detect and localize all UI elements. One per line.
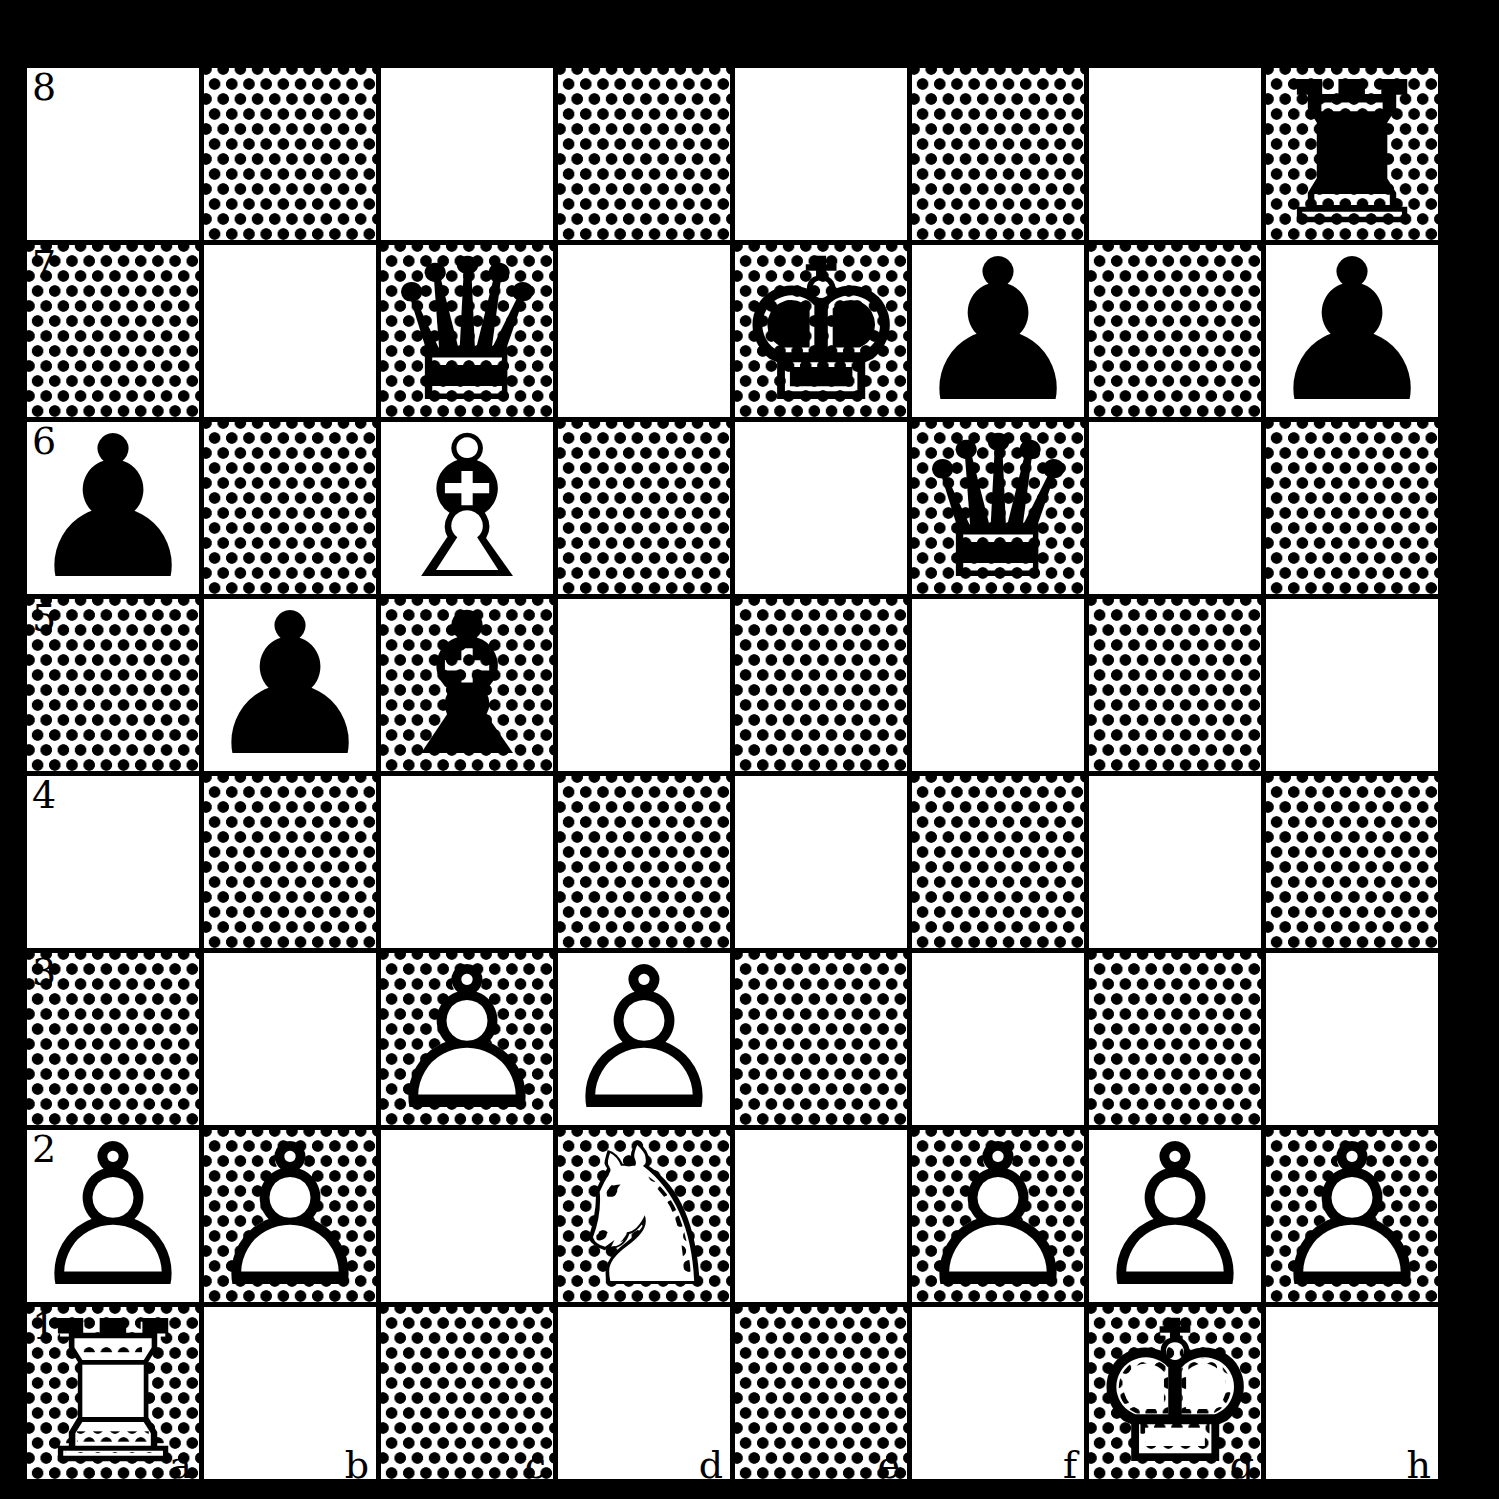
- file-label-d: d: [699, 1446, 723, 1484]
- square-h6[interactable]: [1266, 422, 1438, 594]
- square-c8[interactable]: [381, 68, 553, 240]
- black-pawn-piece: ♟: [912, 245, 1084, 417]
- piece-outline-glyph: ♙: [381, 953, 553, 1125]
- square-c5[interactable]: ♝: [381, 599, 553, 771]
- square-a2[interactable]: 2♟♙: [27, 1130, 199, 1302]
- square-d5[interactable]: [558, 599, 730, 771]
- white-pawn-piece: ♟♙: [912, 1130, 1084, 1302]
- square-c1[interactable]: c: [381, 1307, 553, 1479]
- piece-glyph: ♚: [735, 245, 907, 417]
- square-d8[interactable]: [558, 68, 730, 240]
- square-e4[interactable]: [735, 776, 907, 948]
- white-knight-piece: ♞♘: [558, 1130, 730, 1302]
- piece-outline-glyph: ♘: [558, 1130, 730, 1302]
- square-d3[interactable]: ♟♙: [558, 953, 730, 1125]
- square-d2[interactable]: ♞♘: [558, 1130, 730, 1302]
- square-a3[interactable]: 3: [27, 953, 199, 1125]
- piece-glyph: ♟: [912, 245, 1084, 417]
- square-h3[interactable]: [1266, 953, 1438, 1125]
- rank-label-5: 5: [32, 599, 56, 637]
- square-e2[interactable]: [735, 1130, 907, 1302]
- square-g5[interactable]: [1089, 599, 1261, 771]
- piece-outline-glyph: ♙: [1089, 1130, 1261, 1302]
- file-label-h: h: [1407, 1446, 1431, 1484]
- rank-label-3: 3: [32, 953, 56, 991]
- piece-outline-glyph: ♙: [912, 1130, 1084, 1302]
- square-h5[interactable]: [1266, 599, 1438, 771]
- square-g7[interactable]: [1089, 245, 1261, 417]
- black-bishop-piece: ♝: [381, 599, 553, 771]
- square-g3[interactable]: [1089, 953, 1261, 1125]
- square-f4[interactable]: [912, 776, 1084, 948]
- square-e6[interactable]: [735, 422, 907, 594]
- square-d4[interactable]: [558, 776, 730, 948]
- square-h8[interactable]: ♜: [1266, 68, 1438, 240]
- rank-label-2: 2: [32, 1130, 56, 1168]
- square-g1[interactable]: g♚♔: [1089, 1307, 1261, 1479]
- piece-glyph: ♟: [1266, 245, 1438, 417]
- square-c2[interactable]: [381, 1130, 553, 1302]
- black-queen-piece: ♛: [912, 422, 1084, 594]
- square-a8[interactable]: 8: [27, 68, 199, 240]
- piece-glyph: ♜: [1266, 68, 1438, 240]
- file-label-e: e: [878, 1446, 901, 1484]
- square-e1[interactable]: e: [735, 1307, 907, 1479]
- square-f8[interactable]: [912, 68, 1084, 240]
- square-f5[interactable]: [912, 599, 1084, 771]
- rank-label-4: 4: [32, 776, 56, 814]
- piece-glyph: ♛: [912, 422, 1084, 594]
- page-background: { "game": "chess", "position": { "fen": …: [0, 0, 1499, 1499]
- square-g2[interactable]: ♟♙: [1089, 1130, 1261, 1302]
- square-b8[interactable]: [204, 68, 376, 240]
- square-a6[interactable]: 6♟: [27, 422, 199, 594]
- square-a4[interactable]: 4: [27, 776, 199, 948]
- piece-outline-glyph: ♙: [204, 1130, 376, 1302]
- square-d1[interactable]: d: [558, 1307, 730, 1479]
- file-label-c: c: [525, 1446, 546, 1484]
- square-b1[interactable]: b: [204, 1307, 376, 1479]
- square-h4[interactable]: [1266, 776, 1438, 948]
- file-label-a: a: [169, 1446, 192, 1484]
- black-king-piece: ♚: [735, 245, 907, 417]
- square-b6[interactable]: [204, 422, 376, 594]
- piece-outline-glyph: ♗: [381, 422, 553, 594]
- rank-label-7: 7: [32, 245, 56, 283]
- square-h7[interactable]: ♟: [1266, 245, 1438, 417]
- white-pawn-piece: ♟♙: [1089, 1130, 1261, 1302]
- white-pawn-piece: ♟♙: [558, 953, 730, 1125]
- rank-label-1: 1: [32, 1307, 56, 1345]
- square-b2[interactable]: ♟♙: [204, 1130, 376, 1302]
- square-e3[interactable]: [735, 953, 907, 1125]
- white-pawn-piece: ♟♙: [204, 1130, 376, 1302]
- square-e5[interactable]: [735, 599, 907, 771]
- square-g8[interactable]: [1089, 68, 1261, 240]
- square-a5[interactable]: 5: [27, 599, 199, 771]
- black-pawn-piece: ♟: [1266, 245, 1438, 417]
- square-e7[interactable]: ♚: [735, 245, 907, 417]
- rank-label-6: 6: [32, 422, 56, 460]
- square-c6[interactable]: ♝♗: [381, 422, 553, 594]
- file-label-f: f: [1063, 1446, 1077, 1484]
- piece-outline-glyph: ♙: [558, 953, 730, 1125]
- square-d6[interactable]: [558, 422, 730, 594]
- square-b5[interactable]: ♟: [204, 599, 376, 771]
- square-h2[interactable]: ♟♙: [1266, 1130, 1438, 1302]
- square-f1[interactable]: f: [912, 1307, 1084, 1479]
- square-f6[interactable]: ♛: [912, 422, 1084, 594]
- square-f3[interactable]: [912, 953, 1084, 1125]
- square-a7[interactable]: 7: [27, 245, 199, 417]
- square-f2[interactable]: ♟♙: [912, 1130, 1084, 1302]
- square-a1[interactable]: 1a♜♖: [27, 1307, 199, 1479]
- file-label-b: b: [345, 1446, 369, 1484]
- black-rook-piece: ♜: [1266, 68, 1438, 240]
- square-h1[interactable]: h: [1266, 1307, 1438, 1479]
- square-b3[interactable]: [204, 953, 376, 1125]
- square-c4[interactable]: [381, 776, 553, 948]
- white-bishop-piece: ♝♗: [381, 422, 553, 594]
- file-label-g: g: [1230, 1446, 1254, 1484]
- white-pawn-piece: ♟♙: [381, 953, 553, 1125]
- piece-glyph: ♛: [381, 245, 553, 417]
- square-e8[interactable]: [735, 68, 907, 240]
- square-g4[interactable]: [1089, 776, 1261, 948]
- rank-label-8: 8: [32, 68, 56, 106]
- black-queen-piece: ♛: [381, 245, 553, 417]
- white-pawn-piece: ♟♙: [1266, 1130, 1438, 1302]
- piece-outline-glyph: ♙: [1266, 1130, 1438, 1302]
- chessboard: 8♜7♛♚♟♟6♟♝♗♛5♟♝43♟♙♟♙2♟♙♟♙♞♘♟♙♟♙♟♙1a♜♖bc…: [23, 64, 1442, 1483]
- square-c3[interactable]: ♟♙: [381, 953, 553, 1125]
- piece-glyph: ♝: [381, 599, 553, 771]
- piece-glyph: ♟: [204, 599, 376, 771]
- square-b4[interactable]: [204, 776, 376, 948]
- square-c7[interactable]: ♛: [381, 245, 553, 417]
- square-f7[interactable]: ♟: [912, 245, 1084, 417]
- black-pawn-piece: ♟: [204, 599, 376, 771]
- square-d7[interactable]: [558, 245, 730, 417]
- square-b7[interactable]: [204, 245, 376, 417]
- square-g6[interactable]: [1089, 422, 1261, 594]
